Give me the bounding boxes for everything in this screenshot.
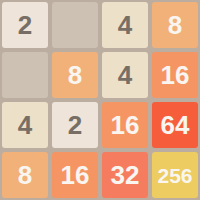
empty-cell-r2c1 <box>2 52 48 98</box>
tile-8-r2c2: 8 <box>52 52 98 98</box>
tile-16-r3c3: 16 <box>102 102 148 148</box>
tile-32-r4c3: 32 <box>102 152 148 198</box>
tile-16-r4c2: 16 <box>52 152 98 198</box>
2048-board[interactable]: 248841642166481632256 <box>0 0 200 200</box>
tile-2-r1c1: 2 <box>2 2 48 48</box>
tile-8-r1c4: 8 <box>152 2 198 48</box>
tile-16-r2c4: 16 <box>152 52 198 98</box>
tile-64-r3c4: 64 <box>152 102 198 148</box>
tile-8-r4c1: 8 <box>2 152 48 198</box>
tile-2-r3c2: 2 <box>52 102 98 148</box>
tile-256-r4c4: 256 <box>152 152 198 198</box>
tile-4-r3c1: 4 <box>2 102 48 148</box>
tile-4-r2c3: 4 <box>102 52 148 98</box>
tile-4-r1c3: 4 <box>102 2 148 48</box>
empty-cell-r1c2 <box>52 2 98 48</box>
